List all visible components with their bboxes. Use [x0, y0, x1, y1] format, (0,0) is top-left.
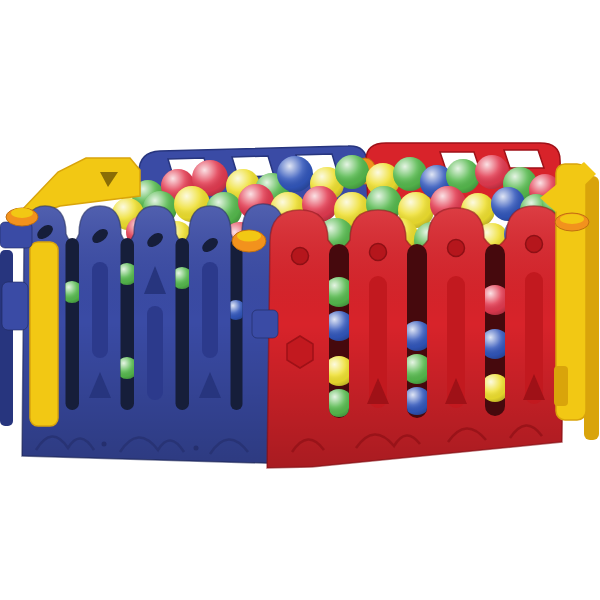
blue-bottom-dot [102, 442, 107, 447]
blue-slot [66, 238, 80, 410]
product-photo-canvas [0, 0, 600, 600]
play-ball-shine [481, 374, 509, 402]
blue-slat-channel [92, 262, 108, 358]
left-connector-cap [11, 208, 33, 218]
blue-slot [176, 238, 190, 410]
red-slat-hexagon [287, 336, 313, 368]
ball-pit-playpen-photo [0, 0, 600, 600]
left-corner-post [30, 242, 58, 426]
right-post-tab [554, 366, 568, 406]
blue-slot [231, 238, 243, 410]
red-slat-circle [370, 244, 387, 261]
left-edge-blue-strip [0, 250, 13, 426]
play-ball-shine [335, 155, 369, 189]
blue-bottom-dot [194, 446, 199, 451]
blue-hinge-clip [252, 310, 278, 338]
center-connector-cap [237, 231, 261, 242]
blue-slat-channel [147, 306, 163, 400]
red-slat-circle [448, 240, 465, 257]
play-ball-shine [277, 156, 313, 192]
blue-slat-channel [202, 262, 218, 358]
red-slat-circle [292, 248, 309, 265]
left-hinge-clip [2, 282, 28, 330]
front-right-panel-red [267, 206, 564, 468]
right-connector-cap [560, 214, 584, 224]
red-slat-circle [526, 236, 543, 253]
